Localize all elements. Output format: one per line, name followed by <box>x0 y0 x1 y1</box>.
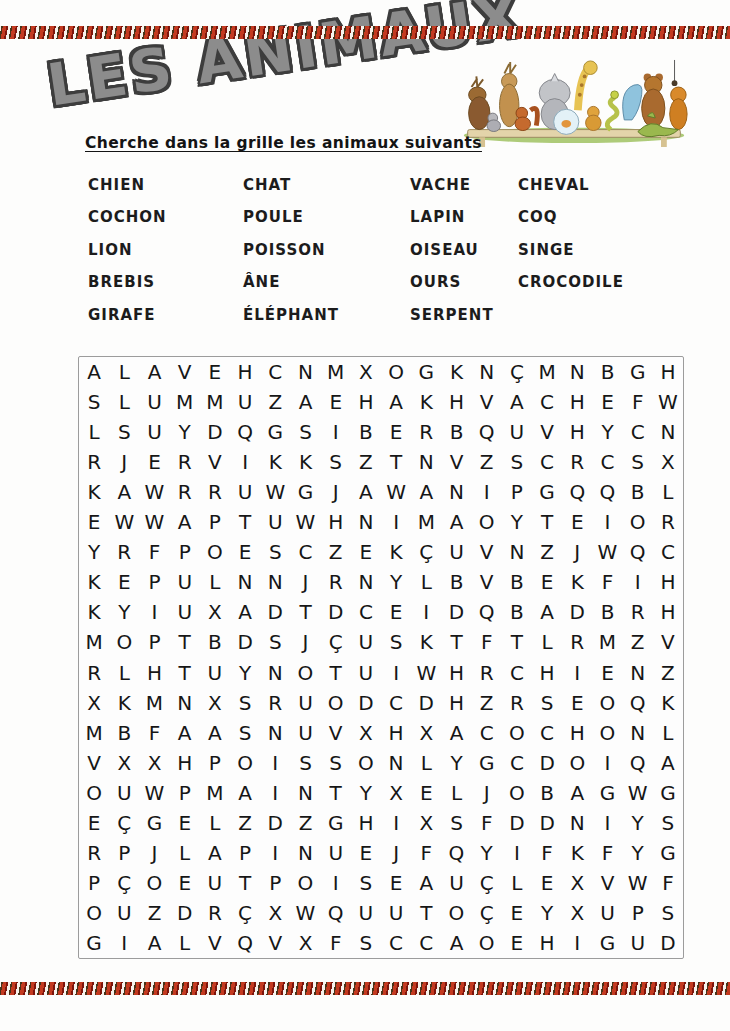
grid-cell[interactable]: S <box>321 748 351 778</box>
grid-cell[interactable]: N <box>351 507 381 537</box>
grid-cell[interactable]: J <box>381 838 411 868</box>
grid-cell[interactable]: G <box>592 928 622 958</box>
grid-cell[interactable]: E <box>79 808 109 838</box>
grid-cell[interactable]: O <box>562 748 592 778</box>
grid-cell[interactable]: N <box>653 417 683 447</box>
grid-cell[interactable]: R <box>170 477 200 507</box>
grid-cell[interactable]: Ç <box>502 357 532 387</box>
grid-cell[interactable]: H <box>351 808 381 838</box>
grid-cell[interactable]: G <box>290 477 320 507</box>
grid-cell[interactable]: T <box>502 627 532 657</box>
grid-cell[interactable]: O <box>502 718 532 748</box>
grid-cell[interactable]: L <box>109 357 139 387</box>
grid-cell[interactable]: M <box>200 778 230 808</box>
grid-cell[interactable]: V <box>200 447 230 477</box>
grid-cell[interactable]: T <box>381 447 411 477</box>
grid-cell[interactable]: A <box>532 597 562 627</box>
grid-cell[interactable]: X <box>109 748 139 778</box>
grid-cell[interactable]: V <box>170 357 200 387</box>
grid-cell[interactable]: P <box>200 748 230 778</box>
grid-cell[interactable]: D <box>260 808 290 838</box>
grid-cell[interactable]: X <box>562 898 592 928</box>
grid-cell[interactable]: A <box>441 928 471 958</box>
grid-cell[interactable]: N <box>381 748 411 778</box>
grid-cell[interactable]: I <box>139 597 169 627</box>
grid-cell[interactable]: G <box>79 928 109 958</box>
grid-cell[interactable]: K <box>260 447 290 477</box>
grid-cell[interactable]: I <box>592 808 622 838</box>
grid-cell[interactable]: P <box>260 868 290 898</box>
grid-cell[interactable]: W <box>592 537 622 567</box>
grid-cell[interactable]: F <box>472 627 502 657</box>
grid-cell[interactable]: E <box>170 868 200 898</box>
grid-cell[interactable]: W <box>260 477 290 507</box>
grid-cell[interactable]: U <box>441 868 471 898</box>
grid-cell[interactable]: U <box>351 627 381 657</box>
grid-cell[interactable]: W <box>290 507 320 537</box>
grid-cell[interactable]: D <box>170 898 200 928</box>
grid-cell[interactable]: A <box>290 387 320 417</box>
grid-cell[interactable]: V <box>472 567 502 597</box>
grid-cell[interactable]: Y <box>502 507 532 537</box>
grid-cell[interactable]: D <box>532 748 562 778</box>
grid-cell[interactable]: Q <box>592 477 622 507</box>
grid-cell[interactable]: Q <box>441 838 471 868</box>
grid-cell[interactable]: R <box>562 627 592 657</box>
grid-cell[interactable]: W <box>623 868 653 898</box>
grid-cell[interactable]: G <box>623 357 653 387</box>
grid-cell[interactable]: A <box>109 477 139 507</box>
grid-cell[interactable]: U <box>230 477 260 507</box>
grid-cell[interactable]: Q <box>562 477 592 507</box>
grid-cell[interactable]: I <box>562 928 592 958</box>
grid-cell[interactable]: V <box>592 868 622 898</box>
grid-cell[interactable]: Q <box>472 417 502 447</box>
grid-cell[interactable]: E <box>139 447 169 477</box>
grid-cell[interactable]: W <box>139 477 169 507</box>
grid-cell[interactable]: U <box>381 898 411 928</box>
grid-cell[interactable]: V <box>200 928 230 958</box>
grid-cell[interactable]: O <box>623 507 653 537</box>
grid-cell[interactable]: F <box>623 387 653 417</box>
grid-cell[interactable]: O <box>230 748 260 778</box>
grid-cell[interactable]: L <box>109 657 139 687</box>
grid-cell[interactable]: F <box>592 838 622 868</box>
grid-cell[interactable]: Q <box>230 928 260 958</box>
grid-cell[interactable]: E <box>592 387 622 417</box>
grid-cell[interactable]: C <box>502 748 532 778</box>
grid-cell[interactable]: S <box>260 537 290 567</box>
grid-cell[interactable]: Y <box>592 417 622 447</box>
grid-cell[interactable]: Q <box>321 898 351 928</box>
grid-cell[interactable]: M <box>321 357 351 387</box>
grid-cell[interactable]: X <box>381 778 411 808</box>
grid-cell[interactable]: C <box>592 447 622 477</box>
grid-cell[interactable]: Ç <box>230 898 260 928</box>
grid-cell[interactable]: X <box>351 718 381 748</box>
grid-cell[interactable]: T <box>230 507 260 537</box>
grid-cell[interactable]: Z <box>139 898 169 928</box>
grid-cell[interactable]: C <box>290 537 320 567</box>
grid-cell[interactable]: C <box>653 537 683 567</box>
grid-cell[interactable]: O <box>79 898 109 928</box>
grid-cell[interactable]: H <box>321 507 351 537</box>
grid-cell[interactable]: R <box>109 537 139 567</box>
grid-cell[interactable]: D <box>260 597 290 627</box>
grid-cell[interactable]: I <box>472 477 502 507</box>
grid-cell[interactable]: Y <box>79 537 109 567</box>
grid-cell[interactable]: R <box>79 447 109 477</box>
grid-cell[interactable]: I <box>381 808 411 838</box>
grid-cell[interactable]: H <box>653 597 683 627</box>
grid-cell[interactable]: S <box>351 928 381 958</box>
grid-cell[interactable]: M <box>79 627 109 657</box>
grid-cell[interactable]: X <box>411 718 441 748</box>
grid-cell[interactable]: P <box>79 868 109 898</box>
grid-cell[interactable]: H <box>653 357 683 387</box>
grid-cell[interactable]: X <box>562 868 592 898</box>
grid-cell[interactable]: T <box>411 898 441 928</box>
grid-cell[interactable]: B <box>592 597 622 627</box>
grid-cell[interactable]: S <box>260 627 290 657</box>
grid-cell[interactable]: A <box>502 387 532 417</box>
grid-cell[interactable]: Y <box>532 898 562 928</box>
grid-cell[interactable]: E <box>230 537 260 567</box>
grid-cell[interactable]: E <box>532 567 562 597</box>
grid-cell[interactable]: S <box>653 898 683 928</box>
grid-cell[interactable]: X <box>260 898 290 928</box>
grid-cell[interactable]: E <box>381 597 411 627</box>
grid-cell[interactable]: E <box>502 928 532 958</box>
grid-cell[interactable]: Y <box>230 657 260 687</box>
grid-cell[interactable]: R <box>411 417 441 447</box>
grid-cell[interactable]: K <box>381 537 411 567</box>
grid-cell[interactable]: V <box>653 627 683 657</box>
grid-cell[interactable]: K <box>441 357 471 387</box>
grid-cell[interactable]: G <box>653 778 683 808</box>
grid-cell[interactable]: H <box>381 718 411 748</box>
grid-cell[interactable]: J <box>472 778 502 808</box>
grid-cell[interactable]: W <box>109 507 139 537</box>
grid-cell[interactable]: B <box>502 597 532 627</box>
grid-cell[interactable]: H <box>562 417 592 447</box>
grid-cell[interactable]: V <box>532 417 562 447</box>
grid-cell[interactable]: N <box>441 477 471 507</box>
grid-cell[interactable]: H <box>351 387 381 417</box>
grid-cell[interactable]: O <box>592 688 622 718</box>
grid-cell[interactable]: Ç <box>109 868 139 898</box>
grid-cell[interactable]: P <box>109 838 139 868</box>
grid-cell[interactable]: P <box>139 627 169 657</box>
grid-cell[interactable]: W <box>381 477 411 507</box>
grid-cell[interactable]: Z <box>472 688 502 718</box>
grid-cell[interactable]: A <box>351 477 381 507</box>
grid-cell[interactable]: K <box>562 838 592 868</box>
grid-cell[interactable]: Ç <box>321 627 351 657</box>
grid-cell[interactable]: M <box>592 627 622 657</box>
grid-cell[interactable]: U <box>502 417 532 447</box>
grid-cell[interactable]: Q <box>472 597 502 627</box>
grid-cell[interactable]: T <box>230 868 260 898</box>
grid-cell[interactable]: G <box>139 808 169 838</box>
grid-cell[interactable]: Y <box>472 838 502 868</box>
grid-cell[interactable]: O <box>351 748 381 778</box>
grid-cell[interactable]: N <box>562 808 592 838</box>
grid-cell[interactable]: Z <box>321 537 351 567</box>
grid-cell[interactable]: I <box>592 507 622 537</box>
grid-cell[interactable]: S <box>351 868 381 898</box>
grid-cell[interactable]: R <box>502 688 532 718</box>
grid-cell[interactable]: P <box>170 537 200 567</box>
grid-cell[interactable]: C <box>532 387 562 417</box>
grid-cell[interactable]: L <box>170 928 200 958</box>
grid-cell[interactable]: G <box>411 357 441 387</box>
grid-cell[interactable]: H <box>139 657 169 687</box>
grid-cell[interactable]: H <box>441 657 471 687</box>
grid-cell[interactable]: X <box>653 447 683 477</box>
grid-cell[interactable]: G <box>592 778 622 808</box>
grid-cell[interactable]: E <box>170 808 200 838</box>
grid-cell[interactable]: S <box>109 417 139 447</box>
grid-cell[interactable]: U <box>321 838 351 868</box>
grid-cell[interactable]: A <box>170 507 200 537</box>
grid-cell[interactable]: V <box>441 447 471 477</box>
grid-cell[interactable]: O <box>109 627 139 657</box>
grid-cell[interactable]: S <box>230 688 260 718</box>
grid-cell[interactable]: S <box>653 808 683 838</box>
grid-cell[interactable]: W <box>139 507 169 537</box>
grid-cell[interactable]: P <box>139 567 169 597</box>
grid-cell[interactable]: N <box>290 778 320 808</box>
grid-cell[interactable]: R <box>260 688 290 718</box>
grid-cell[interactable]: I <box>592 748 622 778</box>
grid-cell[interactable]: I <box>260 748 290 778</box>
grid-cell[interactable]: L <box>411 748 441 778</box>
grid-cell[interactable]: X <box>290 928 320 958</box>
grid-cell[interactable]: N <box>562 357 592 387</box>
grid-cell[interactable]: N <box>230 567 260 597</box>
grid-cell[interactable]: V <box>472 537 502 567</box>
grid-cell[interactable]: U <box>170 597 200 627</box>
grid-cell[interactable]: S <box>321 447 351 477</box>
grid-cell[interactable]: O <box>441 898 471 928</box>
grid-cell[interactable]: T <box>290 597 320 627</box>
grid-cell[interactable]: M <box>79 718 109 748</box>
grid-cell[interactable]: N <box>260 567 290 597</box>
grid-cell[interactable]: H <box>170 748 200 778</box>
grid-cell[interactable]: U <box>139 387 169 417</box>
grid-cell[interactable]: Ç <box>109 808 139 838</box>
grid-cell[interactable]: G <box>472 748 502 778</box>
grid-cell[interactable]: Ç <box>472 898 502 928</box>
grid-cell[interactable]: N <box>623 657 653 687</box>
grid-cell[interactable]: O <box>472 928 502 958</box>
grid-cell[interactable]: C <box>260 357 290 387</box>
grid-cell[interactable]: N <box>351 567 381 597</box>
grid-cell[interactable]: U <box>441 537 471 567</box>
grid-cell[interactable]: U <box>200 868 230 898</box>
grid-cell[interactable]: Y <box>381 567 411 597</box>
grid-cell[interactable]: Y <box>351 778 381 808</box>
grid-cell[interactable]: I <box>381 657 411 687</box>
grid-cell[interactable]: D <box>532 808 562 838</box>
grid-cell[interactable]: J <box>290 567 320 597</box>
grid-cell[interactable]: E <box>381 868 411 898</box>
grid-cell[interactable]: B <box>200 627 230 657</box>
grid-cell[interactable]: B <box>502 567 532 597</box>
grid-cell[interactable]: F <box>321 928 351 958</box>
grid-cell[interactable]: U <box>623 928 653 958</box>
grid-cell[interactable]: D <box>441 597 471 627</box>
grid-cell[interactable]: F <box>411 838 441 868</box>
grid-cell[interactable]: F <box>139 537 169 567</box>
grid-cell[interactable]: K <box>411 387 441 417</box>
grid-cell[interactable]: U <box>592 898 622 928</box>
grid-cell[interactable]: O <box>79 778 109 808</box>
grid-cell[interactable]: R <box>623 597 653 627</box>
grid-cell[interactable]: B <box>592 357 622 387</box>
grid-cell[interactable]: O <box>381 357 411 387</box>
grid-cell[interactable]: J <box>321 477 351 507</box>
grid-cell[interactable]: H <box>441 387 471 417</box>
grid-cell[interactable]: P <box>200 507 230 537</box>
grid-cell[interactable]: T <box>321 657 351 687</box>
grid-cell[interactable]: D <box>351 688 381 718</box>
grid-cell[interactable]: Z <box>653 657 683 687</box>
grid-cell[interactable]: E <box>79 507 109 537</box>
grid-cell[interactable]: T <box>532 507 562 537</box>
grid-cell[interactable]: S <box>502 447 532 477</box>
grid-cell[interactable]: I <box>562 657 592 687</box>
grid-cell[interactable]: K <box>79 567 109 597</box>
grid-cell[interactable]: Y <box>623 808 653 838</box>
grid-cell[interactable]: A <box>139 357 169 387</box>
grid-cell[interactable]: R <box>472 657 502 687</box>
grid-cell[interactable]: U <box>109 778 139 808</box>
grid-cell[interactable]: C <box>381 688 411 718</box>
grid-cell[interactable]: C <box>472 718 502 748</box>
grid-cell[interactable]: N <box>411 447 441 477</box>
grid-cell[interactable]: N <box>170 688 200 718</box>
grid-cell[interactable]: Q <box>623 537 653 567</box>
grid-cell[interactable]: N <box>502 537 532 567</box>
grid-cell[interactable]: F <box>653 868 683 898</box>
grid-cell[interactable]: C <box>623 417 653 447</box>
grid-cell[interactable]: I <box>623 567 653 597</box>
grid-cell[interactable]: N <box>623 718 653 748</box>
grid-cell[interactable]: H <box>532 928 562 958</box>
grid-cell[interactable]: O <box>290 868 320 898</box>
grid-cell[interactable]: I <box>260 778 290 808</box>
grid-cell[interactable]: T <box>441 627 471 657</box>
grid-cell[interactable]: U <box>109 898 139 928</box>
grid-cell[interactable]: E <box>411 778 441 808</box>
grid-cell[interactable]: E <box>592 657 622 687</box>
grid-cell[interactable]: W <box>411 657 441 687</box>
grid-cell[interactable]: I <box>109 928 139 958</box>
grid-cell[interactable]: I <box>260 838 290 868</box>
grid-cell[interactable]: C <box>532 447 562 477</box>
grid-cell[interactable]: Z <box>260 387 290 417</box>
grid-cell[interactable]: A <box>562 778 592 808</box>
grid-cell[interactable]: K <box>653 688 683 718</box>
grid-cell[interactable]: Q <box>230 417 260 447</box>
grid-cell[interactable]: K <box>411 627 441 657</box>
grid-cell[interactable]: V <box>79 748 109 778</box>
grid-cell[interactable]: D <box>200 417 230 447</box>
grid-cell[interactable]: Z <box>230 808 260 838</box>
grid-cell[interactable]: K <box>79 597 109 627</box>
grid-cell[interactable]: L <box>79 417 109 447</box>
grid-cell[interactable]: Y <box>170 417 200 447</box>
grid-cell[interactable]: Y <box>109 597 139 627</box>
grid-cell[interactable]: N <box>290 357 320 387</box>
grid-cell[interactable]: A <box>170 718 200 748</box>
grid-cell[interactable]: U <box>351 657 381 687</box>
grid-cell[interactable]: Ç <box>411 537 441 567</box>
grid-cell[interactable]: P <box>170 778 200 808</box>
grid-cell[interactable]: F <box>592 567 622 597</box>
grid-cell[interactable]: U <box>260 507 290 537</box>
grid-cell[interactable]: M <box>532 357 562 387</box>
grid-cell[interactable]: U <box>290 688 320 718</box>
grid-cell[interactable]: H <box>562 387 592 417</box>
grid-cell[interactable]: E <box>351 537 381 567</box>
grid-cell[interactable]: Q <box>623 688 653 718</box>
grid-cell[interactable]: G <box>260 417 290 447</box>
grid-cell[interactable]: J <box>109 447 139 477</box>
grid-cell[interactable]: A <box>411 477 441 507</box>
grid-cell[interactable]: C <box>502 657 532 687</box>
grid-cell[interactable]: U <box>200 657 230 687</box>
grid-cell[interactable]: X <box>200 597 230 627</box>
grid-cell[interactable]: O <box>592 718 622 748</box>
grid-cell[interactable]: L <box>653 718 683 748</box>
grid-cell[interactable]: N <box>290 838 320 868</box>
grid-cell[interactable]: O <box>502 778 532 808</box>
grid-cell[interactable]: R <box>200 898 230 928</box>
grid-cell[interactable]: Y <box>441 748 471 778</box>
grid-cell[interactable]: Ç <box>472 868 502 898</box>
grid-cell[interactable]: C <box>532 718 562 748</box>
grid-cell[interactable]: A <box>653 748 683 778</box>
grid-cell[interactable]: X <box>411 808 441 838</box>
grid-cell[interactable]: U <box>351 898 381 928</box>
grid-cell[interactable]: D <box>411 688 441 718</box>
grid-cell[interactable]: I <box>381 507 411 537</box>
grid-cell[interactable]: E <box>109 567 139 597</box>
grid-cell[interactable]: R <box>200 477 230 507</box>
grid-cell[interactable]: E <box>321 387 351 417</box>
grid-cell[interactable]: W <box>290 898 320 928</box>
grid-cell[interactable]: A <box>200 718 230 748</box>
grid-cell[interactable]: J <box>290 627 320 657</box>
grid-cell[interactable]: R <box>79 838 109 868</box>
grid-cell[interactable]: R <box>170 447 200 477</box>
grid-cell[interactable]: D <box>653 928 683 958</box>
grid-cell[interactable]: V <box>260 928 290 958</box>
grid-cell[interactable]: S <box>290 417 320 447</box>
grid-cell[interactable]: Q <box>623 748 653 778</box>
grid-cell[interactable]: A <box>79 357 109 387</box>
grid-cell[interactable]: E <box>351 838 381 868</box>
grid-cell[interactable]: B <box>441 417 471 447</box>
grid-cell[interactable]: F <box>472 808 502 838</box>
grid-cell[interactable]: C <box>381 928 411 958</box>
grid-cell[interactable]: T <box>170 657 200 687</box>
grid-cell[interactable]: M <box>170 387 200 417</box>
grid-cell[interactable]: W <box>623 778 653 808</box>
